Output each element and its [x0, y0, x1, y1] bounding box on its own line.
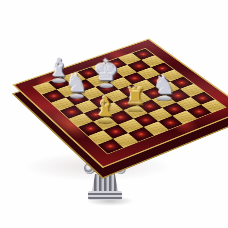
knight-piece-icon: ♞	[66, 70, 88, 95]
piece-anchor-f4: ♜	[123, 105, 148, 119]
king-piece-icon: ♚	[94, 56, 120, 85]
perspective-scene: ♝♞♚♝♜♞	[0, 0, 228, 228]
knight-piece-icon: ♞	[153, 73, 176, 98]
product-photo-stage: ♝♞♚♝♜♞	[0, 0, 228, 228]
piece-base	[98, 118, 113, 123]
piece-base	[128, 107, 142, 112]
piece-anchor-f2: ♝	[93, 116, 118, 130]
piece-base	[158, 96, 172, 101]
rook-piece-icon: ♜	[125, 85, 146, 109]
bishop-piece-icon: ♝	[93, 93, 117, 120]
piece-anchor-f6: ♞	[152, 94, 177, 107]
chess-board: ♝♞♚♝♜♞	[12, 39, 228, 169]
piece-base	[70, 93, 84, 98]
gold-bishop-f2: ♝	[87, 84, 124, 124]
